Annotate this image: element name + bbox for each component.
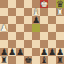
square-d1[interactable] xyxy=(32,0,40,8)
piece-black-pawn: ♟ xyxy=(16,48,24,56)
piece-white-king: ♚ xyxy=(40,0,48,8)
square-h6[interactable] xyxy=(0,40,8,48)
square-g5[interactable] xyxy=(8,32,16,40)
square-d8[interactable] xyxy=(32,56,40,64)
square-c8[interactable]: ♝ xyxy=(40,56,48,64)
square-f4[interactable] xyxy=(16,24,24,32)
piece-black-pawn: ♟ xyxy=(8,48,16,56)
square-e1[interactable] xyxy=(24,0,32,8)
square-e5[interactable] xyxy=(24,32,32,40)
square-a4[interactable] xyxy=(56,24,64,32)
square-g4[interactable] xyxy=(8,24,16,32)
square-a1[interactable]: ♛ xyxy=(56,0,64,8)
square-a8[interactable]: ♜ xyxy=(56,56,64,64)
square-e2[interactable] xyxy=(24,8,32,16)
square-h5[interactable] xyxy=(0,32,8,40)
square-d6[interactable] xyxy=(32,40,40,48)
square-e4[interactable] xyxy=(24,24,32,32)
chess-board: ♚♛♝♜♟♟♟♟♟♟♟♟♜♚♝♜ xyxy=(0,0,64,64)
square-b3[interactable] xyxy=(48,16,56,24)
piece-black-pawn: ♟ xyxy=(32,16,40,24)
square-h4[interactable]: ♟ xyxy=(0,24,8,32)
piece-black-bishop: ♝ xyxy=(40,56,48,64)
piece-black-pawn: ♟ xyxy=(40,48,48,56)
square-a7[interactable]: ♟ xyxy=(56,48,64,56)
square-a3[interactable] xyxy=(56,16,64,24)
square-f7[interactable]: ♟ xyxy=(16,48,24,56)
piece-black-queen: ♛ xyxy=(56,0,64,8)
square-g3[interactable] xyxy=(8,16,16,24)
square-b6[interactable] xyxy=(48,40,56,48)
piece-black-pawn: ♟ xyxy=(0,48,8,56)
square-a5[interactable] xyxy=(56,32,64,40)
square-d7[interactable] xyxy=(32,48,40,56)
square-e7[interactable] xyxy=(24,48,32,56)
piece-white-bishop: ♝ xyxy=(32,8,40,16)
square-a6[interactable] xyxy=(56,40,64,48)
square-h1[interactable] xyxy=(0,0,8,8)
square-g7[interactable]: ♟ xyxy=(8,48,16,56)
square-c4[interactable] xyxy=(40,24,48,32)
square-f2[interactable] xyxy=(16,8,24,16)
square-e6[interactable] xyxy=(24,40,32,48)
piece-black-pawn: ♟ xyxy=(56,48,64,56)
square-a2[interactable]: ♜ xyxy=(56,8,64,16)
square-d4[interactable] xyxy=(32,24,40,32)
square-c2[interactable] xyxy=(40,8,48,16)
square-c7[interactable]: ♟ xyxy=(40,48,48,56)
square-g2[interactable] xyxy=(8,8,16,16)
square-g6[interactable] xyxy=(8,40,16,48)
square-c1[interactable]: ♚ xyxy=(40,0,48,8)
square-f1[interactable] xyxy=(16,0,24,8)
square-b4[interactable] xyxy=(48,24,56,32)
square-b7[interactable]: ♟ xyxy=(48,48,56,56)
piece-white-rook: ♜ xyxy=(56,8,64,16)
piece-black-rook: ♜ xyxy=(0,56,8,64)
square-h8[interactable]: ♜ xyxy=(0,56,8,64)
square-b1[interactable] xyxy=(48,0,56,8)
square-h2[interactable] xyxy=(0,8,8,16)
square-f8[interactable] xyxy=(16,56,24,64)
square-b8[interactable] xyxy=(48,56,56,64)
square-g1[interactable] xyxy=(8,0,16,8)
square-h7[interactable]: ♟ xyxy=(0,48,8,56)
square-c6[interactable] xyxy=(40,40,48,48)
square-b2[interactable] xyxy=(48,8,56,16)
square-b5[interactable] xyxy=(48,32,56,40)
piece-black-rook: ♜ xyxy=(56,56,64,64)
piece-black-king: ♚ xyxy=(24,56,32,64)
square-f5[interactable] xyxy=(16,32,24,40)
square-d3[interactable]: ♟ xyxy=(32,16,40,24)
square-e8[interactable]: ♚ xyxy=(24,56,32,64)
piece-black-pawn: ♟ xyxy=(48,48,56,56)
square-e3[interactable] xyxy=(24,16,32,24)
square-c5[interactable] xyxy=(40,32,48,40)
square-d2[interactable]: ♝ xyxy=(32,8,40,16)
piece-white-pawn: ♟ xyxy=(0,24,8,32)
square-d5[interactable] xyxy=(32,32,40,40)
square-h3[interactable] xyxy=(0,16,8,24)
square-f6[interactable] xyxy=(16,40,24,48)
square-f3[interactable] xyxy=(16,16,24,24)
square-c3[interactable] xyxy=(40,16,48,24)
square-g8[interactable] xyxy=(8,56,16,64)
